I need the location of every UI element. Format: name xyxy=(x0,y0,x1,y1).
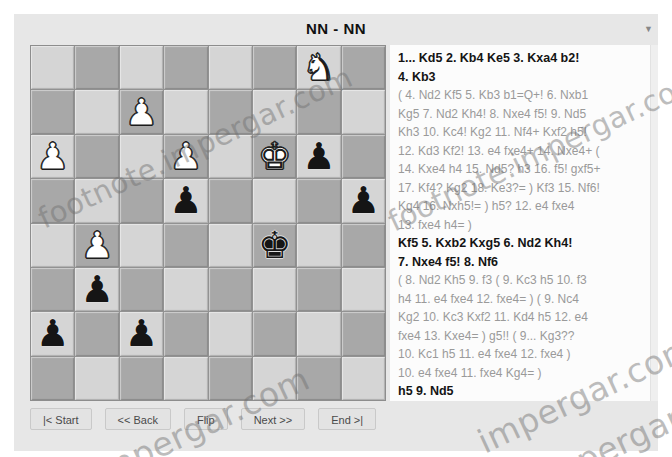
variation-move-text: h4 11. e4 fxe4 12. fxe4= ) ( 9. Nc4 xyxy=(398,290,646,309)
start-button[interactable]: |< Start xyxy=(30,408,92,430)
toolbar: |< Start<< BackFlipNext >>End >| xyxy=(30,408,389,432)
square xyxy=(297,179,340,222)
page: NN - NN ▼ ♞♟♟♟♚♟♟♟♟♚♟♟♟ 1... Kd5 2. Kb4 … xyxy=(0,0,672,457)
variation-move-text: 17. Kf4? Kg2 18. Ke3?= ) Kf3 15. Nf6! xyxy=(398,179,646,198)
square: ♟ xyxy=(31,312,74,355)
white-pawn: ♟ xyxy=(36,138,69,175)
white-king: ♚ xyxy=(258,138,291,175)
square xyxy=(342,46,385,89)
dropdown-arrow-icon[interactable]: ▼ xyxy=(644,14,653,44)
square xyxy=(297,268,340,311)
square: ♚ xyxy=(253,224,296,267)
square xyxy=(209,179,252,222)
square xyxy=(253,312,296,355)
mainline-move-text: 4. Kb3 xyxy=(398,68,646,87)
square xyxy=(342,268,385,311)
square: ♟ xyxy=(31,135,74,178)
square xyxy=(31,90,74,133)
square xyxy=(253,46,296,89)
square xyxy=(297,312,340,355)
titlebar: NN - NN ▼ xyxy=(14,14,658,44)
square xyxy=(342,90,385,133)
square xyxy=(253,179,296,222)
square xyxy=(297,224,340,267)
square xyxy=(120,224,163,267)
square xyxy=(31,46,74,89)
square xyxy=(253,90,296,133)
mainline-move-text: Kf5 5. Kxb2 Kxg5 6. Nd2 Kh4! xyxy=(398,234,646,253)
square xyxy=(31,268,74,311)
square: ♟ xyxy=(297,135,340,178)
black-pawn: ♟ xyxy=(347,182,380,219)
square xyxy=(209,135,252,178)
variation-move-text: 12. Kd3 Kf2! 13. e4 fxe4+ 14. Nxe4+ ( xyxy=(398,142,646,161)
variation-move-text: ( 4. Nd2 Kf5 5. Kb3 b1=Q+! 6. Nxb1 xyxy=(398,86,646,105)
white-pawn: ♟ xyxy=(80,227,113,264)
square xyxy=(120,46,163,89)
black-pawn: ♟ xyxy=(125,315,158,352)
flip-button[interactable]: Flip xyxy=(184,408,228,430)
variation-move-text: fxe4 13. Kxe4= ) g5!! ( 9... Kg3?? xyxy=(398,327,646,346)
square xyxy=(209,268,252,311)
black-king: ♚ xyxy=(258,227,291,264)
variation-move-text: Kh3 10. Kc4! Kg2 11. Nf4+ Kxf2 h5! xyxy=(398,123,646,142)
chess-board: ♞♟♟♟♚♟♟♟♟♚♟♟♟ xyxy=(30,45,386,401)
square xyxy=(120,179,163,222)
square: ♚ xyxy=(253,135,296,178)
end-button[interactable]: End >| xyxy=(318,408,376,430)
square xyxy=(342,312,385,355)
square xyxy=(120,135,163,178)
square: ♟ xyxy=(75,268,118,311)
square xyxy=(209,312,252,355)
scrollbar[interactable] xyxy=(650,45,658,401)
square xyxy=(164,46,207,89)
analysis-panel[interactable]: 1... Kd5 2. Kb4 Ke5 3. Kxa4 b2!4. Kb3( 4… xyxy=(390,45,658,401)
variation-move-text: 10. e4 fxe4 11. fxe4 Kg4= ) xyxy=(398,364,646,383)
square xyxy=(75,135,118,178)
variation-move-text: 14. Kxe4 h4 15. Nd5? h3 16. f5! gxf5+ xyxy=(398,160,646,179)
square: ♟ xyxy=(120,312,163,355)
white-pawn: ♟ xyxy=(169,138,202,175)
next-button[interactable]: Next >> xyxy=(241,408,306,430)
square xyxy=(297,357,340,400)
page-title: NN - NN xyxy=(306,20,366,37)
back-button[interactable]: << Back xyxy=(105,408,171,430)
variation-move-text: Kg5 7. Nd2 Kh4! 8. Nxe4 f5! 9. Nd5 xyxy=(398,105,646,124)
white-pawn: ♟ xyxy=(125,94,158,131)
square xyxy=(31,357,74,400)
chess-viewer-panel: NN - NN ▼ ♞♟♟♟♚♟♟♟♟♚♟♟♟ 1... Kd5 2. Kb4 … xyxy=(14,14,658,451)
square xyxy=(253,357,296,400)
black-pawn: ♟ xyxy=(36,315,69,352)
variation-move-text: 10. Kc1 h5 11. e4 fxe4 12. fxe4 ) xyxy=(398,345,646,364)
black-pawn: ♟ xyxy=(169,182,202,219)
square: ♞ xyxy=(297,46,340,89)
mainline-move-text: 1... Kd5 2. Kb4 Ke5 3. Kxa4 b2! xyxy=(398,49,646,68)
variation-move-text: Kg2 10. Kc3 Kxf2 11. Kd4 h5 12. e4 xyxy=(398,308,646,327)
square xyxy=(164,224,207,267)
square xyxy=(120,357,163,400)
variation-move-text: ( 8. Nd2 Kh5 9. f3 ( 9. Kc3 h5 10. f3 xyxy=(398,271,646,290)
square xyxy=(253,268,296,311)
square xyxy=(209,224,252,267)
square xyxy=(209,90,252,133)
square xyxy=(164,312,207,355)
black-pawn: ♟ xyxy=(302,138,335,175)
mainline-move-text: h5 9. Nd5 xyxy=(398,382,646,401)
square: ♟ xyxy=(342,179,385,222)
square xyxy=(209,357,252,400)
square xyxy=(164,268,207,311)
square xyxy=(75,46,118,89)
square xyxy=(342,224,385,267)
variation-move-text: Kg4 16. Nxh5!= ) h5? 12. e4 fxe4 xyxy=(398,197,646,216)
square: ♟ xyxy=(164,179,207,222)
mainline-move-text: 7. Nxe4 f5! 8. Nf6 xyxy=(398,253,646,272)
square xyxy=(31,224,74,267)
square xyxy=(75,179,118,222)
square xyxy=(75,312,118,355)
square xyxy=(31,179,74,222)
black-pawn: ♟ xyxy=(80,271,113,308)
white-knight: ♞ xyxy=(302,49,335,86)
square xyxy=(342,135,385,178)
square xyxy=(209,46,252,89)
variation-move-text: 13. fxe4 h4= ) xyxy=(398,216,646,235)
square: ♟ xyxy=(164,135,207,178)
square xyxy=(120,268,163,311)
square xyxy=(164,357,207,400)
square xyxy=(342,357,385,400)
square xyxy=(297,90,340,133)
square xyxy=(75,90,118,133)
square xyxy=(164,90,207,133)
square xyxy=(75,357,118,400)
square: ♟ xyxy=(75,224,118,267)
square: ♟ xyxy=(120,90,163,133)
